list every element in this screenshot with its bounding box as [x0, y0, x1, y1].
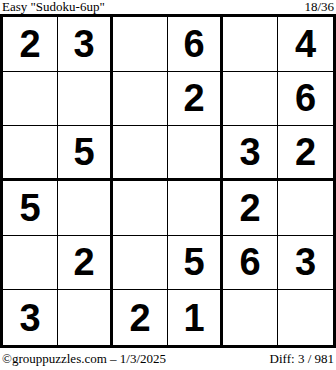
cell-r6c4[interactable]: 1: [168, 290, 223, 345]
cell-r2c2[interactable]: [58, 72, 113, 127]
cell-r6c1[interactable]: 3: [3, 290, 58, 345]
cell-r3c1[interactable]: [3, 126, 58, 181]
cell-r5c4[interactable]: 5: [168, 236, 223, 291]
cell-r6c5[interactable]: [223, 290, 278, 345]
sudoku-board: 2 3 6 4 2 6 5 3 2 5 2 2 5 6 3 3 2 1: [0, 14, 336, 348]
cell-r5c3[interactable]: [113, 236, 168, 291]
cell-r4c6[interactable]: [278, 181, 333, 236]
cell-r3c3[interactable]: [113, 126, 168, 181]
cell-r4c4[interactable]: [168, 181, 223, 236]
cell-r1c3[interactable]: [113, 17, 168, 72]
cell-r2c3[interactable]: [113, 72, 168, 127]
cell-r4c2[interactable]: [58, 181, 113, 236]
cell-r6c3[interactable]: 2: [113, 290, 168, 345]
cell-r4c5[interactable]: 2: [223, 181, 278, 236]
cell-r3c4[interactable]: [168, 126, 223, 181]
cell-r5c2[interactable]: 2: [58, 236, 113, 291]
cell-r2c4[interactable]: 2: [168, 72, 223, 127]
puzzle-header: Easy "Sudoku-6up" 18/36: [0, 0, 336, 14]
cell-r2c5[interactable]: [223, 72, 278, 127]
cell-r1c2[interactable]: 3: [58, 17, 113, 72]
cell-r2c6[interactable]: 6: [278, 72, 333, 127]
cell-r1c6[interactable]: 4: [278, 17, 333, 72]
difficulty-label: Diff: 3 / 981: [270, 352, 334, 366]
cell-r1c4[interactable]: 6: [168, 17, 223, 72]
cell-r5c1[interactable]: [3, 236, 58, 291]
givens-counter: 18/36: [304, 0, 334, 13]
cell-r4c3[interactable]: [113, 181, 168, 236]
cell-r2c1[interactable]: [3, 72, 58, 127]
puzzle-footer: ©grouppuzzles.com – 1/3/2025 Diff: 3 / 9…: [0, 348, 336, 370]
cell-r5c6[interactable]: 3: [278, 236, 333, 291]
cell-r4c1[interactable]: 5: [3, 181, 58, 236]
cell-r3c2[interactable]: 5: [58, 126, 113, 181]
cell-r1c5[interactable]: [223, 17, 278, 72]
puzzle-title: Easy "Sudoku-6up": [2, 0, 105, 13]
copyright-date: ©grouppuzzles.com – 1/3/2025: [2, 352, 166, 366]
cell-r3c5[interactable]: 3: [223, 126, 278, 181]
cell-r6c6[interactable]: [278, 290, 333, 345]
cell-r6c2[interactable]: [58, 290, 113, 345]
cell-r1c1[interactable]: 2: [3, 17, 58, 72]
cell-r3c6[interactable]: 2: [278, 126, 333, 181]
cell-r5c5[interactable]: 6: [223, 236, 278, 291]
